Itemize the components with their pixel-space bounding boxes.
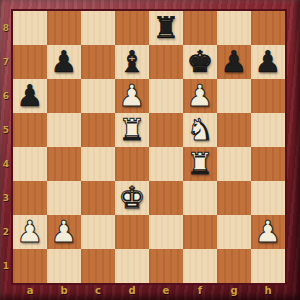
square-g5[interactable] (217, 113, 251, 147)
black-pawn-g7: ♟ (217, 45, 251, 79)
square-e5[interactable] (149, 113, 183, 147)
square-d5[interactable]: ♜ (115, 113, 149, 147)
square-e4[interactable] (149, 147, 183, 181)
square-h7[interactable]: ♟ (251, 45, 285, 79)
square-c5[interactable] (81, 113, 115, 147)
square-g4[interactable] (217, 147, 251, 181)
rank-label-6: 6 (0, 79, 12, 113)
rank-label-5: 5 (0, 113, 12, 147)
white-pawn-b2: ♟ (47, 215, 81, 249)
square-g6[interactable] (217, 79, 251, 113)
square-d2[interactable] (115, 215, 149, 249)
white-pawn-a2: ♟ (13, 215, 47, 249)
black-pawn-a6: ♟ (13, 79, 47, 113)
black-king-f7: ♚ (183, 45, 217, 79)
square-d1[interactable] (115, 249, 149, 283)
file-label-b: b (47, 283, 81, 300)
square-a1[interactable] (13, 249, 47, 283)
square-e1[interactable] (149, 249, 183, 283)
square-c6[interactable] (81, 79, 115, 113)
rank-label-7: 7 (0, 45, 12, 79)
black-pawn-b7: ♟ (47, 45, 81, 79)
square-f2[interactable] (183, 215, 217, 249)
file-label-d: d (115, 283, 149, 300)
square-h5[interactable] (251, 113, 285, 147)
square-e3[interactable] (149, 181, 183, 215)
file-label-h: h (251, 283, 285, 300)
square-f4[interactable]: ♜ (183, 147, 217, 181)
square-d6[interactable]: ♟ (115, 79, 149, 113)
square-a4[interactable] (13, 147, 47, 181)
file-label-a: a (13, 283, 47, 300)
white-king-d3: ♚ (115, 181, 149, 215)
white-rook-f4: ♜ (183, 147, 217, 181)
square-f5[interactable]: ♞ (183, 113, 217, 147)
square-b8[interactable] (47, 11, 81, 45)
black-pawn-h7: ♟ (251, 45, 285, 79)
square-h3[interactable] (251, 181, 285, 215)
square-a7[interactable] (13, 45, 47, 79)
square-h8[interactable] (251, 11, 285, 45)
square-a2[interactable]: ♟ (13, 215, 47, 249)
square-b3[interactable] (47, 181, 81, 215)
square-e7[interactable] (149, 45, 183, 79)
white-rook-d5: ♜ (115, 113, 149, 147)
white-knight-f5: ♞ (183, 113, 217, 147)
square-c7[interactable] (81, 45, 115, 79)
rank-labels: 87654321 (0, 11, 13, 283)
chess-board-frame: 87654321 ♜♟♝♚♟♟♟♟♟♜♞♜♚♟♟♟ abcdefgh (0, 0, 300, 300)
square-g1[interactable] (217, 249, 251, 283)
file-label-e: e (149, 283, 183, 300)
chess-board: ♜♟♝♚♟♟♟♟♟♜♞♜♚♟♟♟ (13, 11, 285, 283)
black-rook-e8: ♜ (149, 11, 183, 45)
square-b5[interactable] (47, 113, 81, 147)
rank-label-2: 2 (0, 215, 12, 249)
square-e2[interactable] (149, 215, 183, 249)
square-a8[interactable] (13, 11, 47, 45)
square-f8[interactable] (183, 11, 217, 45)
square-g3[interactable] (217, 181, 251, 215)
square-a5[interactable] (13, 113, 47, 147)
square-h6[interactable] (251, 79, 285, 113)
square-f1[interactable] (183, 249, 217, 283)
square-c4[interactable] (81, 147, 115, 181)
square-d7[interactable]: ♝ (115, 45, 149, 79)
square-d4[interactable] (115, 147, 149, 181)
square-f6[interactable]: ♟ (183, 79, 217, 113)
square-a3[interactable] (13, 181, 47, 215)
square-f7[interactable]: ♚ (183, 45, 217, 79)
rank-label-4: 4 (0, 147, 12, 181)
square-d8[interactable] (115, 11, 149, 45)
white-pawn-f6: ♟ (183, 79, 217, 113)
black-bishop-d7: ♝ (115, 45, 149, 79)
square-h4[interactable] (251, 147, 285, 181)
square-g7[interactable]: ♟ (217, 45, 251, 79)
square-c2[interactable] (81, 215, 115, 249)
square-d3[interactable]: ♚ (115, 181, 149, 215)
square-c3[interactable] (81, 181, 115, 215)
square-b1[interactable] (47, 249, 81, 283)
file-label-f: f (183, 283, 217, 300)
rank-label-3: 3 (0, 181, 12, 215)
square-b4[interactable] (47, 147, 81, 181)
square-b2[interactable]: ♟ (47, 215, 81, 249)
square-h1[interactable] (251, 249, 285, 283)
square-g2[interactable] (217, 215, 251, 249)
white-pawn-d6: ♟ (115, 79, 149, 113)
square-g8[interactable] (217, 11, 251, 45)
rank-label-1: 1 (0, 249, 12, 283)
square-e6[interactable] (149, 79, 183, 113)
file-label-c: c (81, 283, 115, 300)
square-c1[interactable] (81, 249, 115, 283)
square-h2[interactable]: ♟ (251, 215, 285, 249)
rank-label-8: 8 (0, 11, 12, 45)
square-a6[interactable]: ♟ (13, 79, 47, 113)
file-label-g: g (217, 283, 251, 300)
file-labels: abcdefgh (13, 283, 285, 300)
square-f3[interactable] (183, 181, 217, 215)
square-b7[interactable]: ♟ (47, 45, 81, 79)
square-c8[interactable] (81, 11, 115, 45)
white-pawn-h2: ♟ (251, 215, 285, 249)
square-e8[interactable]: ♜ (149, 11, 183, 45)
square-b6[interactable] (47, 79, 81, 113)
